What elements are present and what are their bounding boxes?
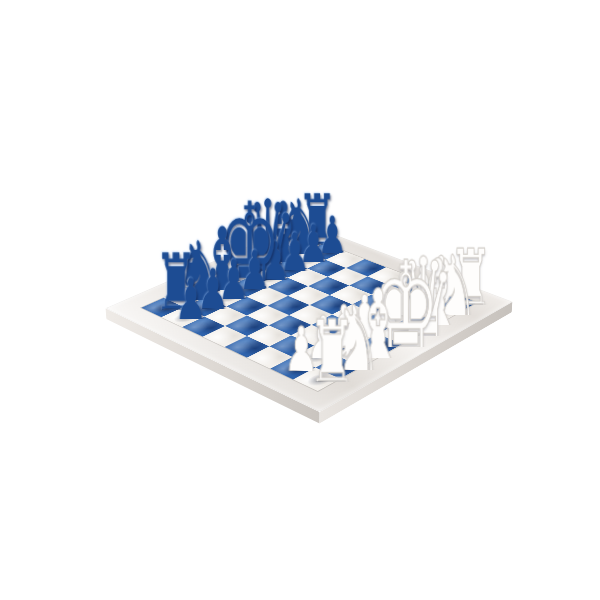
piece-shadow (234, 281, 264, 295)
rook-glyph: ♜ (308, 309, 337, 400)
piece-blue-pawn-h7[interactable]: ♟ (165, 176, 210, 319)
square-e7[interactable] (226, 278, 267, 296)
queen-glyph: ♛ (239, 186, 264, 293)
piece-blue-queen-d8[interactable]: ♛ (231, 138, 273, 271)
piece-shadow (234, 263, 264, 276)
piece-white-rook-h1[interactable]: ♜ (298, 227, 347, 382)
piece-blue-pawn-e7[interactable]: ♟ (230, 152, 273, 289)
chess-board: ♜♞♝♛♚♝♞♜♟♟♟♟♟♟♟♟♜♞♝♛♚♝♞♜♟♟♟♟♟♟♟♟ (106, 223, 513, 412)
chess-scene: ♜♞♝♛♚♝♞♜♟♟♟♟♟♟♟♟♜♞♝♛♚♝♞♜♟♟♟♟♟♟♟♟ (0, 0, 600, 600)
pawn-glyph: ♟ (239, 242, 265, 301)
square-d8[interactable] (227, 261, 267, 278)
pieces-layer: ♜♞♝♛♚♝♞♜♟♟♟♟♟♟♟♟♜♞♝♛♚♝♞♜♟♟♟♟♟♟♟♟ (141, 236, 477, 392)
